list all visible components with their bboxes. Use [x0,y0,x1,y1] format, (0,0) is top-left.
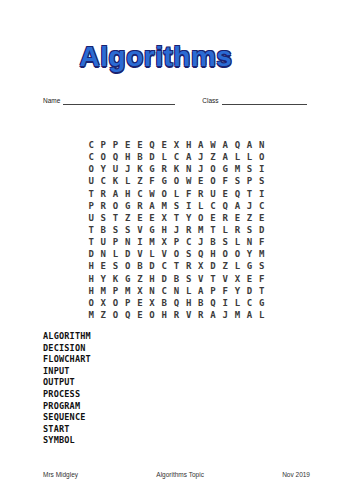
grid-cell-r4c1: U [85,175,97,187]
grid-cell-r6c15: C [256,200,268,212]
grid-cell-r2c3: Q [109,151,121,163]
grid-cell-r14c5: E [134,297,146,309]
grid-cell-r14c14: C [243,297,255,309]
grid-cell-r11c9: R [183,260,195,272]
grid-cell-r5c12: E [219,188,231,200]
grid-cell-r10c2: N [97,248,109,260]
grid-cell-r10c3: L [109,248,121,260]
grid-cell-r15c4: Q [122,309,134,321]
word-list-item: FLOWCHART [43,354,91,366]
header-fields: Name Class [43,93,310,105]
grid-cell-r2c8: C [170,151,182,163]
grid-cell-r14c6: X [146,297,158,309]
grid-cell-r3c11: O [207,163,219,175]
word-list-item: SEQUENCE [43,412,91,424]
grid-cell-r3c15: I [256,163,268,175]
grid-cell-r6c9: I [183,200,195,212]
grid-cell-r9c8: P [170,236,182,248]
grid-cell-r2c5: B [134,151,146,163]
grid-cell-r4c2: C [97,175,109,187]
grid-cell-r8c3: S [109,224,121,236]
grid-cell-r9c2: U [97,236,109,248]
word-list: ALGORITHMDECISIONFLOWCHARTINPUTOUTPUTPRO… [43,331,91,447]
grid-cell-r9c5: I [134,236,146,248]
grid-cell-r6c6: A [146,200,158,212]
grid-cell-r3c8: K [170,163,182,175]
grid-cell-r5c13: Q [231,188,243,200]
grid-cell-r13c3: P [109,285,121,297]
grid-cell-r9c7: X [158,236,170,248]
class-blank-line [222,97,307,105]
grid-cell-r10c8: O [170,248,182,260]
grid-cell-r14c10: B [195,297,207,309]
grid-cell-r1c7: E [158,139,170,151]
grid-cell-r12c15: F [256,273,268,285]
grid-cell-r9c14: N [243,236,255,248]
grid-cell-r14c15: G [256,297,268,309]
grid-cell-r7c12: R [219,212,231,224]
grid-cell-r9c11: B [207,236,219,248]
grid-cell-r7c5: E [134,212,146,224]
grid-cell-r10c12: O [219,248,231,260]
grid-cell-r2c11: Z [207,151,219,163]
grid-cell-r1c3: P [109,139,121,151]
grid-cell-r10c5: V [134,248,146,260]
word-list-item: DECISION [43,343,91,355]
grid-cell-r12c3: K [109,273,121,285]
grid-cell-r11c1: H [85,260,97,272]
grid-cell-r2c13: L [231,151,243,163]
grid-cell-r6c8: S [170,200,182,212]
grid-cell-r8c12: L [219,224,231,236]
grid-cell-r12c12: V [219,273,231,285]
word-list-item: SYMBOL [43,435,91,447]
grid-cell-r1c9: H [183,139,195,151]
word-list-item: INPUT [43,366,91,378]
grid-cell-r8c4: S [122,224,134,236]
grid-cell-r10c7: V [158,248,170,260]
grid-cell-r13c11: P [207,285,219,297]
grid-cell-r9c10: J [195,236,207,248]
grid-cell-r5c2: R [97,188,109,200]
grid-cell-r10c10: Q [195,248,207,260]
footer-author: Mrs Midgley [43,471,78,478]
footer-date: Nov 2019 [282,471,310,478]
grid-cell-r8c6: G [146,224,158,236]
grid-cell-r6c3: O [109,200,121,212]
grid-cell-r3c9: N [183,163,195,175]
grid-cell-r1c15: N [256,139,268,151]
grid-cell-r10c11: H [207,248,219,260]
grid-cell-r12c2: Y [97,273,109,285]
grid-cell-r13c14: D [243,285,255,297]
grid-cell-r14c11: Q [207,297,219,309]
word-list-item: ALGORITHM [43,331,91,343]
grid-cell-r14c8: Q [170,297,182,309]
grid-cell-r4c9: W [183,175,195,187]
grid-cell-r4c7: G [158,175,170,187]
grid-cell-r7c13: E [231,212,243,224]
footer: Mrs Midgley Algorithms Topic Nov 2019 [43,471,310,478]
grid-cell-r11c6: D [146,260,158,272]
grid-cell-r5c8: L [170,188,182,200]
name-label: Name [43,97,60,105]
grid-cell-r4c4: L [122,175,134,187]
grid-cell-r15c13: M [231,309,243,321]
grid-cell-r2c7: L [158,151,170,163]
grid-cell-r15c8: R [170,309,182,321]
grid-cell-r8c14: S [243,224,255,236]
grid-cell-r1c4: E [122,139,134,151]
grid-cell-r7c11: E [207,212,219,224]
grid-cell-r13c12: F [219,285,231,297]
grid-cell-r2c10: J [195,151,207,163]
grid-cell-r11c8: T [170,260,182,272]
grid-cell-r14c9: H [183,297,195,309]
grid-cell-r3c2: Y [97,163,109,175]
grid-cell-r15c6: O [146,309,158,321]
grid-cell-r11c4: O [122,260,134,272]
grid-cell-r6c11: C [207,200,219,212]
grid-cell-r13c15: T [256,285,268,297]
grid-cell-r15c14: A [243,309,255,321]
grid-cell-r7c7: X [158,212,170,224]
grid-cell-r10c4: D [122,248,134,260]
grid-cell-r1c2: P [97,139,109,151]
grid-cell-r4c8: O [170,175,182,187]
grid-cell-r5c1: T [85,188,97,200]
grid-cell-r5c15: I [256,188,268,200]
grid-cell-r6c13: A [231,200,243,212]
grid-cell-r8c5: V [134,224,146,236]
grid-cell-r4c15: S [256,175,268,187]
grid-cell-r10c15: M [256,248,268,260]
grid-cell-r9c12: S [219,236,231,248]
class-label: Class [202,97,218,105]
grid-cell-r1c5: E [134,139,146,151]
word-search-grid: CPPEEQEXHAWAQANCOQHBDLCAJZALLOOYUJKGRKNJ… [85,139,268,321]
grid-cell-r8c7: H [158,224,170,236]
word-list-item: PROCESS [43,389,91,401]
grid-cell-r7c8: T [170,212,182,224]
grid-cell-r12c10: V [195,273,207,285]
grid-cell-r13c7: C [158,285,170,297]
grid-cell-r3c12: G [219,163,231,175]
grid-cell-r4c5: Z [134,175,146,187]
grid-cell-r2c15: O [256,151,268,163]
grid-cell-r14c1: O [85,297,97,309]
grid-cell-r6c10: L [195,200,207,212]
grid-cell-r5c9: F [183,188,195,200]
grid-cell-r12c5: Z [134,273,146,285]
grid-cell-r1c8: X [170,139,182,151]
grid-cell-r8c10: M [195,224,207,236]
grid-cell-r3c4: J [122,163,134,175]
grid-cell-r8c13: R [231,224,243,236]
grid-cell-r8c2: B [97,224,109,236]
grid-cell-r15c10: R [195,309,207,321]
grid-cell-r1c11: W [207,139,219,151]
grid-cell-r6c5: R [134,200,146,212]
grid-cell-r11c13: L [231,260,243,272]
grid-cell-r13c8: N [170,285,182,297]
grid-cell-r13c10: A [195,285,207,297]
grid-cell-r9c6: M [146,236,158,248]
grid-cell-r2c9: A [183,151,195,163]
grid-cell-r12c9: S [183,273,195,285]
grid-cell-r10c14: Y [243,248,255,260]
grid-cell-r7c9: Y [183,212,195,224]
grid-cell-r12c14: E [243,273,255,285]
grid-cell-r10c13: O [231,248,243,260]
grid-cell-r7c1: U [85,212,97,224]
grid-cell-r11c14: G [243,260,255,272]
grid-cell-r2c2: O [97,151,109,163]
word-list-item: OUTPUT [43,377,91,389]
grid-cell-r1c14: A [243,139,255,151]
grid-cell-r6c1: P [85,200,97,212]
grid-cell-r7c3: T [109,212,121,224]
grid-cell-r4c6: F [146,175,158,187]
grid-cell-r1c6: Q [146,139,158,151]
grid-cell-r5c6: W [146,188,158,200]
grid-cell-r12c6: H [146,273,158,285]
grid-cell-r5c14: T [243,188,255,200]
grid-cell-r8c11: T [207,224,219,236]
grid-cell-r13c2: M [97,285,109,297]
grid-cell-r5c4: H [122,188,134,200]
grid-cell-r2c14: L [243,151,255,163]
grid-cell-r12c7: D [158,273,170,285]
grid-cell-r12c13: X [231,273,243,285]
grid-cell-r5c11: U [207,188,219,200]
name-field: Name [43,97,175,105]
grid-cell-r13c4: M [122,285,134,297]
grid-cell-r6c4: G [122,200,134,212]
grid-cell-r8c15: D [256,224,268,236]
grid-cell-r3c6: G [146,163,158,175]
grid-cell-r6c12: Q [219,200,231,212]
grid-cell-r13c5: X [134,285,146,297]
grid-cell-r15c12: J [219,309,231,321]
grid-cell-r3c14: S [243,163,255,175]
grid-cell-r9c1: T [85,236,97,248]
grid-cell-r14c13: L [231,297,243,309]
grid-cell-r13c1: H [85,285,97,297]
grid-cell-r15c1: M [85,309,97,321]
grid-cell-r15c15: L [256,309,268,321]
word-list-item: PROGRAM [43,401,91,413]
grid-cell-r5c3: A [109,188,121,200]
grid-cell-r4c11: O [207,175,219,187]
grid-cell-r14c7: B [158,297,170,309]
grid-cell-r14c3: O [109,297,121,309]
grid-cell-r3c1: O [85,163,97,175]
grid-cell-r11c5: B [134,260,146,272]
grid-cell-r11c11: D [207,260,219,272]
grid-cell-r4c14: P [243,175,255,187]
grid-cell-r13c13: Y [231,285,243,297]
grid-cell-r6c14: J [243,200,255,212]
grid-cell-r15c3: O [109,309,121,321]
grid-cell-r8c8: J [170,224,182,236]
grid-cell-r2c4: H [122,151,134,163]
grid-cell-r15c5: E [134,309,146,321]
grid-cell-r13c9: L [183,285,195,297]
grid-cell-r11c2: E [97,260,109,272]
grid-cell-r11c12: Z [219,260,231,272]
grid-cell-r2c6: D [146,151,158,163]
grid-cell-r8c1: T [85,224,97,236]
grid-cell-r12c11: T [207,273,219,285]
grid-cell-r4c13: S [231,175,243,187]
grid-cell-r3c3: U [109,163,121,175]
grid-cell-r9c9: C [183,236,195,248]
word-list-item: START [43,424,91,436]
grid-cell-r8c9: R [183,224,195,236]
grid-cell-r7c14: Z [243,212,255,224]
grid-cell-r11c10: X [195,260,207,272]
grid-cell-r2c1: C [85,151,97,163]
grid-cell-r12c1: H [85,273,97,285]
grid-cell-r4c10: E [195,175,207,187]
grid-cell-r15c2: Z [97,309,109,321]
grid-cell-r1c12: A [219,139,231,151]
grid-cell-r5c10: R [195,188,207,200]
grid-cell-r7c10: O [195,212,207,224]
page-title: Algorithms [0,41,312,73]
footer-topic: Algorithms Topic [156,471,204,478]
grid-cell-r1c1: C [85,139,97,151]
grid-cell-r7c4: Z [122,212,134,224]
grid-cell-r6c2: R [97,200,109,212]
grid-cell-r3c13: M [231,163,243,175]
grid-cell-r14c2: X [97,297,109,309]
grid-cell-r1c10: A [195,139,207,151]
grid-cell-r11c3: S [109,260,121,272]
class-field: Class [202,97,306,105]
grid-cell-r14c12: I [219,297,231,309]
grid-cell-r14c4: P [122,297,134,309]
grid-cell-r5c5: C [134,188,146,200]
grid-cell-r7c15: E [256,212,268,224]
grid-cell-r3c7: R [158,163,170,175]
grid-cell-r10c9: S [183,248,195,260]
grid-cell-r4c3: K [109,175,121,187]
grid-cell-r15c9: V [183,309,195,321]
grid-cell-r10c6: L [146,248,158,260]
grid-cell-r11c15: S [256,260,268,272]
grid-cell-r7c2: S [97,212,109,224]
grid-cell-r6c7: M [158,200,170,212]
grid-cell-r9c4: N [122,236,134,248]
grid-cell-r3c10: J [195,163,207,175]
grid-cell-r15c7: H [158,309,170,321]
grid-cell-r10c1: D [85,248,97,260]
grid-cell-r3c5: K [134,163,146,175]
grid-cell-r9c13: L [231,236,243,248]
grid-cell-r2c12: A [219,151,231,163]
grid-cell-r7c6: E [146,212,158,224]
grid-cell-r9c15: F [256,236,268,248]
grid-cell-r9c3: P [109,236,121,248]
name-blank-line [63,97,175,105]
grid-cell-r12c8: B [170,273,182,285]
grid-cell-r11c7: C [158,260,170,272]
grid-cell-r15c11: A [207,309,219,321]
grid-cell-r4c12: F [219,175,231,187]
grid-cell-r1c13: Q [231,139,243,151]
grid-cell-r13c6: N [146,285,158,297]
grid-cell-r5c7: O [158,188,170,200]
grid-cell-r12c4: G [122,273,134,285]
